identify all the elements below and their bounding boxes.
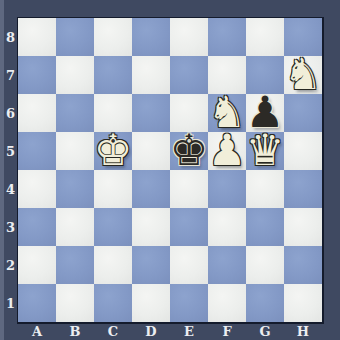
square-b4[interactable] — [56, 170, 94, 208]
square-d2[interactable] — [132, 246, 170, 284]
rank-label-2: 2 — [4, 246, 17, 284]
square-a8[interactable] — [18, 18, 56, 56]
square-f5[interactable]: ♟ — [208, 132, 246, 170]
square-g1[interactable] — [246, 284, 284, 322]
square-d7[interactable] — [132, 56, 170, 94]
square-b6[interactable] — [56, 94, 94, 132]
square-a6[interactable] — [18, 94, 56, 132]
square-g2[interactable] — [246, 246, 284, 284]
square-e1[interactable] — [170, 284, 208, 322]
square-c3[interactable] — [94, 208, 132, 246]
chess-diagram: 87654321 ♞♞♟♚♚♟♛ ABCDEFGH — [0, 0, 340, 340]
white-knight[interactable]: ♞ — [284, 55, 323, 93]
file-label-a: A — [18, 323, 56, 340]
square-d4[interactable] — [132, 170, 170, 208]
file-label-f: F — [208, 323, 246, 340]
square-c8[interactable] — [94, 18, 132, 56]
square-d6[interactable] — [132, 94, 170, 132]
file-label-d: D — [132, 323, 170, 340]
rank-labels: 87654321 — [4, 18, 17, 322]
square-b2[interactable] — [56, 246, 94, 284]
square-f8[interactable] — [208, 18, 246, 56]
square-h2[interactable] — [284, 246, 322, 284]
white-queen[interactable]: ♛ — [246, 131, 285, 169]
square-a4[interactable] — [18, 170, 56, 208]
black-king[interactable]: ♚ — [170, 131, 209, 169]
square-e3[interactable] — [170, 208, 208, 246]
square-b5[interactable] — [56, 132, 94, 170]
file-label-h: H — [284, 323, 322, 340]
square-a1[interactable] — [18, 284, 56, 322]
rank-label-1: 1 — [4, 284, 17, 322]
square-e7[interactable] — [170, 56, 208, 94]
rank-label-4: 4 — [4, 170, 17, 208]
square-f3[interactable] — [208, 208, 246, 246]
square-c2[interactable] — [94, 246, 132, 284]
square-h7[interactable]: ♞ — [284, 56, 322, 94]
rank-label-3: 3 — [4, 208, 17, 246]
square-d3[interactable] — [132, 208, 170, 246]
chess-board[interactable]: ♞♞♟♚♚♟♛ — [17, 17, 324, 324]
square-b7[interactable] — [56, 56, 94, 94]
square-c4[interactable] — [94, 170, 132, 208]
square-f2[interactable] — [208, 246, 246, 284]
white-pawn[interactable]: ♟ — [208, 131, 247, 169]
square-c1[interactable] — [94, 284, 132, 322]
rank-label-7: 7 — [4, 56, 17, 94]
square-h3[interactable] — [284, 208, 322, 246]
rank-label-8: 8 — [4, 18, 17, 56]
square-h6[interactable] — [284, 94, 322, 132]
square-e5[interactable]: ♚ — [170, 132, 208, 170]
square-d5[interactable] — [132, 132, 170, 170]
square-g4[interactable] — [246, 170, 284, 208]
rank-label-6: 6 — [4, 94, 17, 132]
square-e2[interactable] — [170, 246, 208, 284]
square-c7[interactable] — [94, 56, 132, 94]
square-d8[interactable] — [132, 18, 170, 56]
square-c5[interactable]: ♚ — [94, 132, 132, 170]
file-label-g: G — [246, 323, 284, 340]
square-h4[interactable] — [284, 170, 322, 208]
square-a3[interactable] — [18, 208, 56, 246]
rank-label-5: 5 — [4, 132, 17, 170]
square-g3[interactable] — [246, 208, 284, 246]
square-g5[interactable]: ♛ — [246, 132, 284, 170]
square-a7[interactable] — [18, 56, 56, 94]
square-f1[interactable] — [208, 284, 246, 322]
square-b3[interactable] — [56, 208, 94, 246]
white-king[interactable]: ♚ — [94, 131, 133, 169]
square-e4[interactable] — [170, 170, 208, 208]
square-d1[interactable] — [132, 284, 170, 322]
square-h1[interactable] — [284, 284, 322, 322]
file-label-c: C — [94, 323, 132, 340]
square-f4[interactable] — [208, 170, 246, 208]
square-h5[interactable] — [284, 132, 322, 170]
square-g8[interactable] — [246, 18, 284, 56]
square-b8[interactable] — [56, 18, 94, 56]
square-e8[interactable] — [170, 18, 208, 56]
square-a2[interactable] — [18, 246, 56, 284]
file-label-b: B — [56, 323, 94, 340]
square-a5[interactable] — [18, 132, 56, 170]
square-b1[interactable] — [56, 284, 94, 322]
file-labels: ABCDEFGH — [18, 323, 322, 340]
file-label-e: E — [170, 323, 208, 340]
